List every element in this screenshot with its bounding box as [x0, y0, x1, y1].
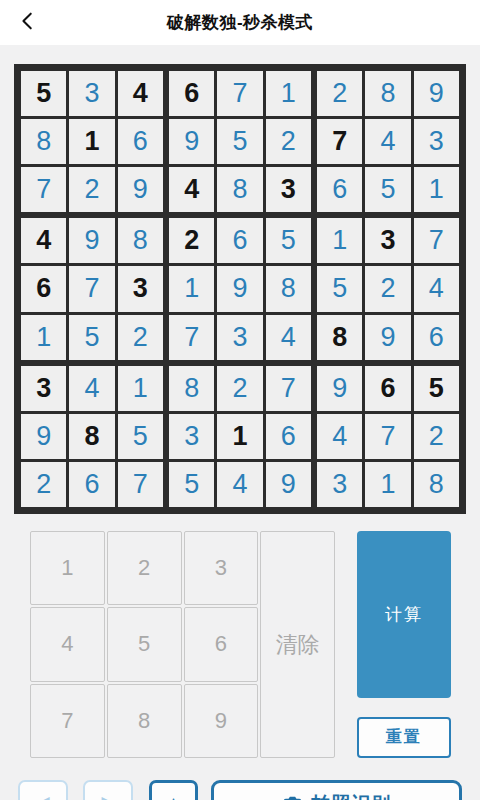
cell-r9c6[interactable]: 9 [266, 462, 311, 507]
cell-r8c8[interactable]: 7 [365, 414, 410, 459]
cell-r7c1[interactable]: 3 [21, 366, 66, 411]
cell-r6c1[interactable]: 1 [21, 315, 66, 360]
side-actions: 计算 重置 [357, 531, 451, 758]
cell-r6c6[interactable]: 4 [266, 315, 311, 360]
cell-r7c5[interactable]: 2 [217, 366, 262, 411]
box-9: 965472318 [317, 366, 459, 507]
cell-r2c4[interactable]: 9 [169, 119, 214, 164]
app-header: 破解数独-秒杀模式 [0, 0, 480, 45]
cell-r4c2[interactable]: 9 [69, 218, 114, 263]
app-screen: 破解数独-秒杀模式 534816729671952483289743651498… [0, 0, 480, 800]
cell-r2c1[interactable]: 8 [21, 119, 66, 164]
box-6: 137524896 [317, 218, 459, 359]
cell-r1c9[interactable]: 9 [414, 71, 459, 116]
cell-r5c5[interactable]: 9 [217, 266, 262, 311]
reset-button[interactable]: 重置 [357, 717, 451, 758]
cell-r3c2[interactable]: 2 [69, 167, 114, 212]
cell-r8c4[interactable]: 3 [169, 414, 214, 459]
cell-r5c1[interactable]: 6 [21, 266, 66, 311]
cell-r2c8[interactable]: 4 [365, 119, 410, 164]
cell-r4c8[interactable]: 3 [365, 218, 410, 263]
cell-r8c7[interactable]: 4 [317, 414, 362, 459]
cell-r3c5[interactable]: 8 [217, 167, 262, 212]
cell-r6c5[interactable]: 3 [217, 315, 262, 360]
key-2[interactable]: 2 [107, 531, 182, 605]
cell-r2c7[interactable]: 7 [317, 119, 362, 164]
cell-r8c5[interactable]: 1 [217, 414, 262, 459]
cell-r4c6[interactable]: 5 [266, 218, 311, 263]
photo-recognize-label: 拍照识别 [312, 791, 392, 800]
cell-r7c9[interactable]: 5 [414, 366, 459, 411]
box-4: 498673152 [21, 218, 163, 359]
cell-r1c4[interactable]: 6 [169, 71, 214, 116]
cell-r3c7[interactable]: 6 [317, 167, 362, 212]
cell-r6c8[interactable]: 9 [365, 315, 410, 360]
cell-r1c5[interactable]: 7 [217, 71, 262, 116]
cell-r6c2[interactable]: 5 [69, 315, 114, 360]
cell-r5c7[interactable]: 5 [317, 266, 362, 311]
cell-r2c6[interactable]: 2 [266, 119, 311, 164]
cell-r5c6[interactable]: 8 [266, 266, 311, 311]
key-8[interactable]: 8 [107, 684, 182, 758]
cell-r4c4[interactable]: 2 [169, 218, 214, 263]
cell-r4c1[interactable]: 4 [21, 218, 66, 263]
cell-r1c2[interactable]: 3 [69, 71, 114, 116]
photo-recognize-button[interactable]: 拍照识别 [211, 780, 462, 800]
cell-r7c6[interactable]: 7 [266, 366, 311, 411]
cell-r5c3[interactable]: 3 [118, 266, 163, 311]
arrow-left-icon: ◀ [36, 794, 49, 800]
key-6[interactable]: 6 [184, 607, 259, 681]
cell-r1c1[interactable]: 5 [21, 71, 66, 116]
key-1[interactable]: 1 [30, 531, 105, 605]
cell-r1c6[interactable]: 1 [266, 71, 311, 116]
box-2: 671952483 [169, 71, 311, 212]
number-keypad: 清除123456789 [30, 531, 335, 758]
cell-r6c7[interactable]: 8 [317, 315, 362, 360]
cell-r8c6[interactable]: 6 [266, 414, 311, 459]
cell-r7c4[interactable]: 8 [169, 366, 214, 411]
cell-r4c7[interactable]: 1 [317, 218, 362, 263]
cell-r9c7[interactable]: 3 [317, 462, 362, 507]
cell-r3c3[interactable]: 9 [118, 167, 163, 212]
cell-r9c1[interactable]: 2 [21, 462, 66, 507]
cell-r7c8[interactable]: 6 [365, 366, 410, 411]
box-5: 265198734 [169, 218, 311, 359]
box-3: 289743651 [317, 71, 459, 212]
cell-r9c9[interactable]: 8 [414, 462, 459, 507]
cell-r9c8[interactable]: 1 [365, 462, 410, 507]
sudoku-board: 5348167296719524832897436514986731522651… [14, 64, 466, 514]
cell-r4c3[interactable]: 8 [118, 218, 163, 263]
cell-r3c4[interactable]: 4 [169, 167, 214, 212]
cell-r7c3[interactable]: 1 [118, 366, 163, 411]
cell-r3c1[interactable]: 7 [21, 167, 66, 212]
cell-r5c2[interactable]: 7 [69, 266, 114, 311]
cell-r5c4[interactable]: 1 [169, 266, 214, 311]
cell-r8c2[interactable]: 8 [69, 414, 114, 459]
cell-r6c4[interactable]: 7 [169, 315, 214, 360]
cell-r2c2[interactable]: 1 [69, 119, 114, 164]
cell-r2c5[interactable]: 5 [217, 119, 262, 164]
cell-r9c4[interactable]: 5 [169, 462, 214, 507]
back-button[interactable] [8, 0, 48, 45]
key-5[interactable]: 5 [107, 607, 182, 681]
cell-r2c9[interactable]: 3 [414, 119, 459, 164]
key-4[interactable]: 4 [30, 607, 105, 681]
calculate-button[interactable]: 计算 [357, 531, 451, 698]
cell-r9c5[interactable]: 4 [217, 462, 262, 507]
cell-r6c9[interactable]: 6 [414, 315, 459, 360]
cell-r5c9[interactable]: 4 [414, 266, 459, 311]
key-7[interactable]: 7 [30, 684, 105, 758]
chevron-left-icon [17, 10, 39, 36]
cell-r3c8[interactable]: 5 [365, 167, 410, 212]
cell-r7c2[interactable]: 4 [69, 366, 114, 411]
cell-r7c7[interactable]: 9 [317, 366, 362, 411]
cell-r6c3[interactable]: 2 [118, 315, 163, 360]
camera-icon [282, 794, 303, 800]
cell-r1c8[interactable]: 8 [365, 71, 410, 116]
key-3[interactable]: 3 [184, 531, 259, 605]
arrow-up-icon: ▲ [165, 794, 182, 800]
cell-r8c9[interactable]: 2 [414, 414, 459, 459]
arrow-right-button[interactable]: ▶ [83, 780, 133, 800]
arrow-right-icon: ▶ [101, 794, 114, 800]
cell-r3c9[interactable]: 1 [414, 167, 459, 212]
page-title: 破解数独-秒杀模式 [167, 11, 313, 34]
key-9[interactable]: 9 [184, 684, 259, 758]
cell-r2c3[interactable]: 6 [118, 119, 163, 164]
control-panel: 清除123456789 计算 重置 [30, 531, 451, 758]
cell-r8c3[interactable]: 5 [118, 414, 163, 459]
cell-r3c6[interactable]: 3 [266, 167, 311, 212]
cell-r9c3[interactable]: 7 [118, 462, 163, 507]
bottom-toolbar: ◀ ▶ ▲ 拍照识别 [18, 780, 462, 800]
clear-key[interactable]: 清除 [260, 531, 335, 758]
cell-r5c8[interactable]: 2 [365, 266, 410, 311]
arrow-up-button[interactable]: ▲ [149, 780, 198, 800]
box-1: 534816729 [21, 71, 163, 212]
box-7: 341985267 [21, 366, 163, 507]
cell-r9c2[interactable]: 6 [69, 462, 114, 507]
cell-r4c9[interactable]: 7 [414, 218, 459, 263]
box-8: 827316549 [169, 366, 311, 507]
cell-r1c3[interactable]: 4 [118, 71, 163, 116]
cell-r4c5[interactable]: 6 [217, 218, 262, 263]
arrow-left-button[interactable]: ◀ [18, 780, 68, 800]
cell-r8c1[interactable]: 9 [21, 414, 66, 459]
cell-r1c7[interactable]: 2 [317, 71, 362, 116]
